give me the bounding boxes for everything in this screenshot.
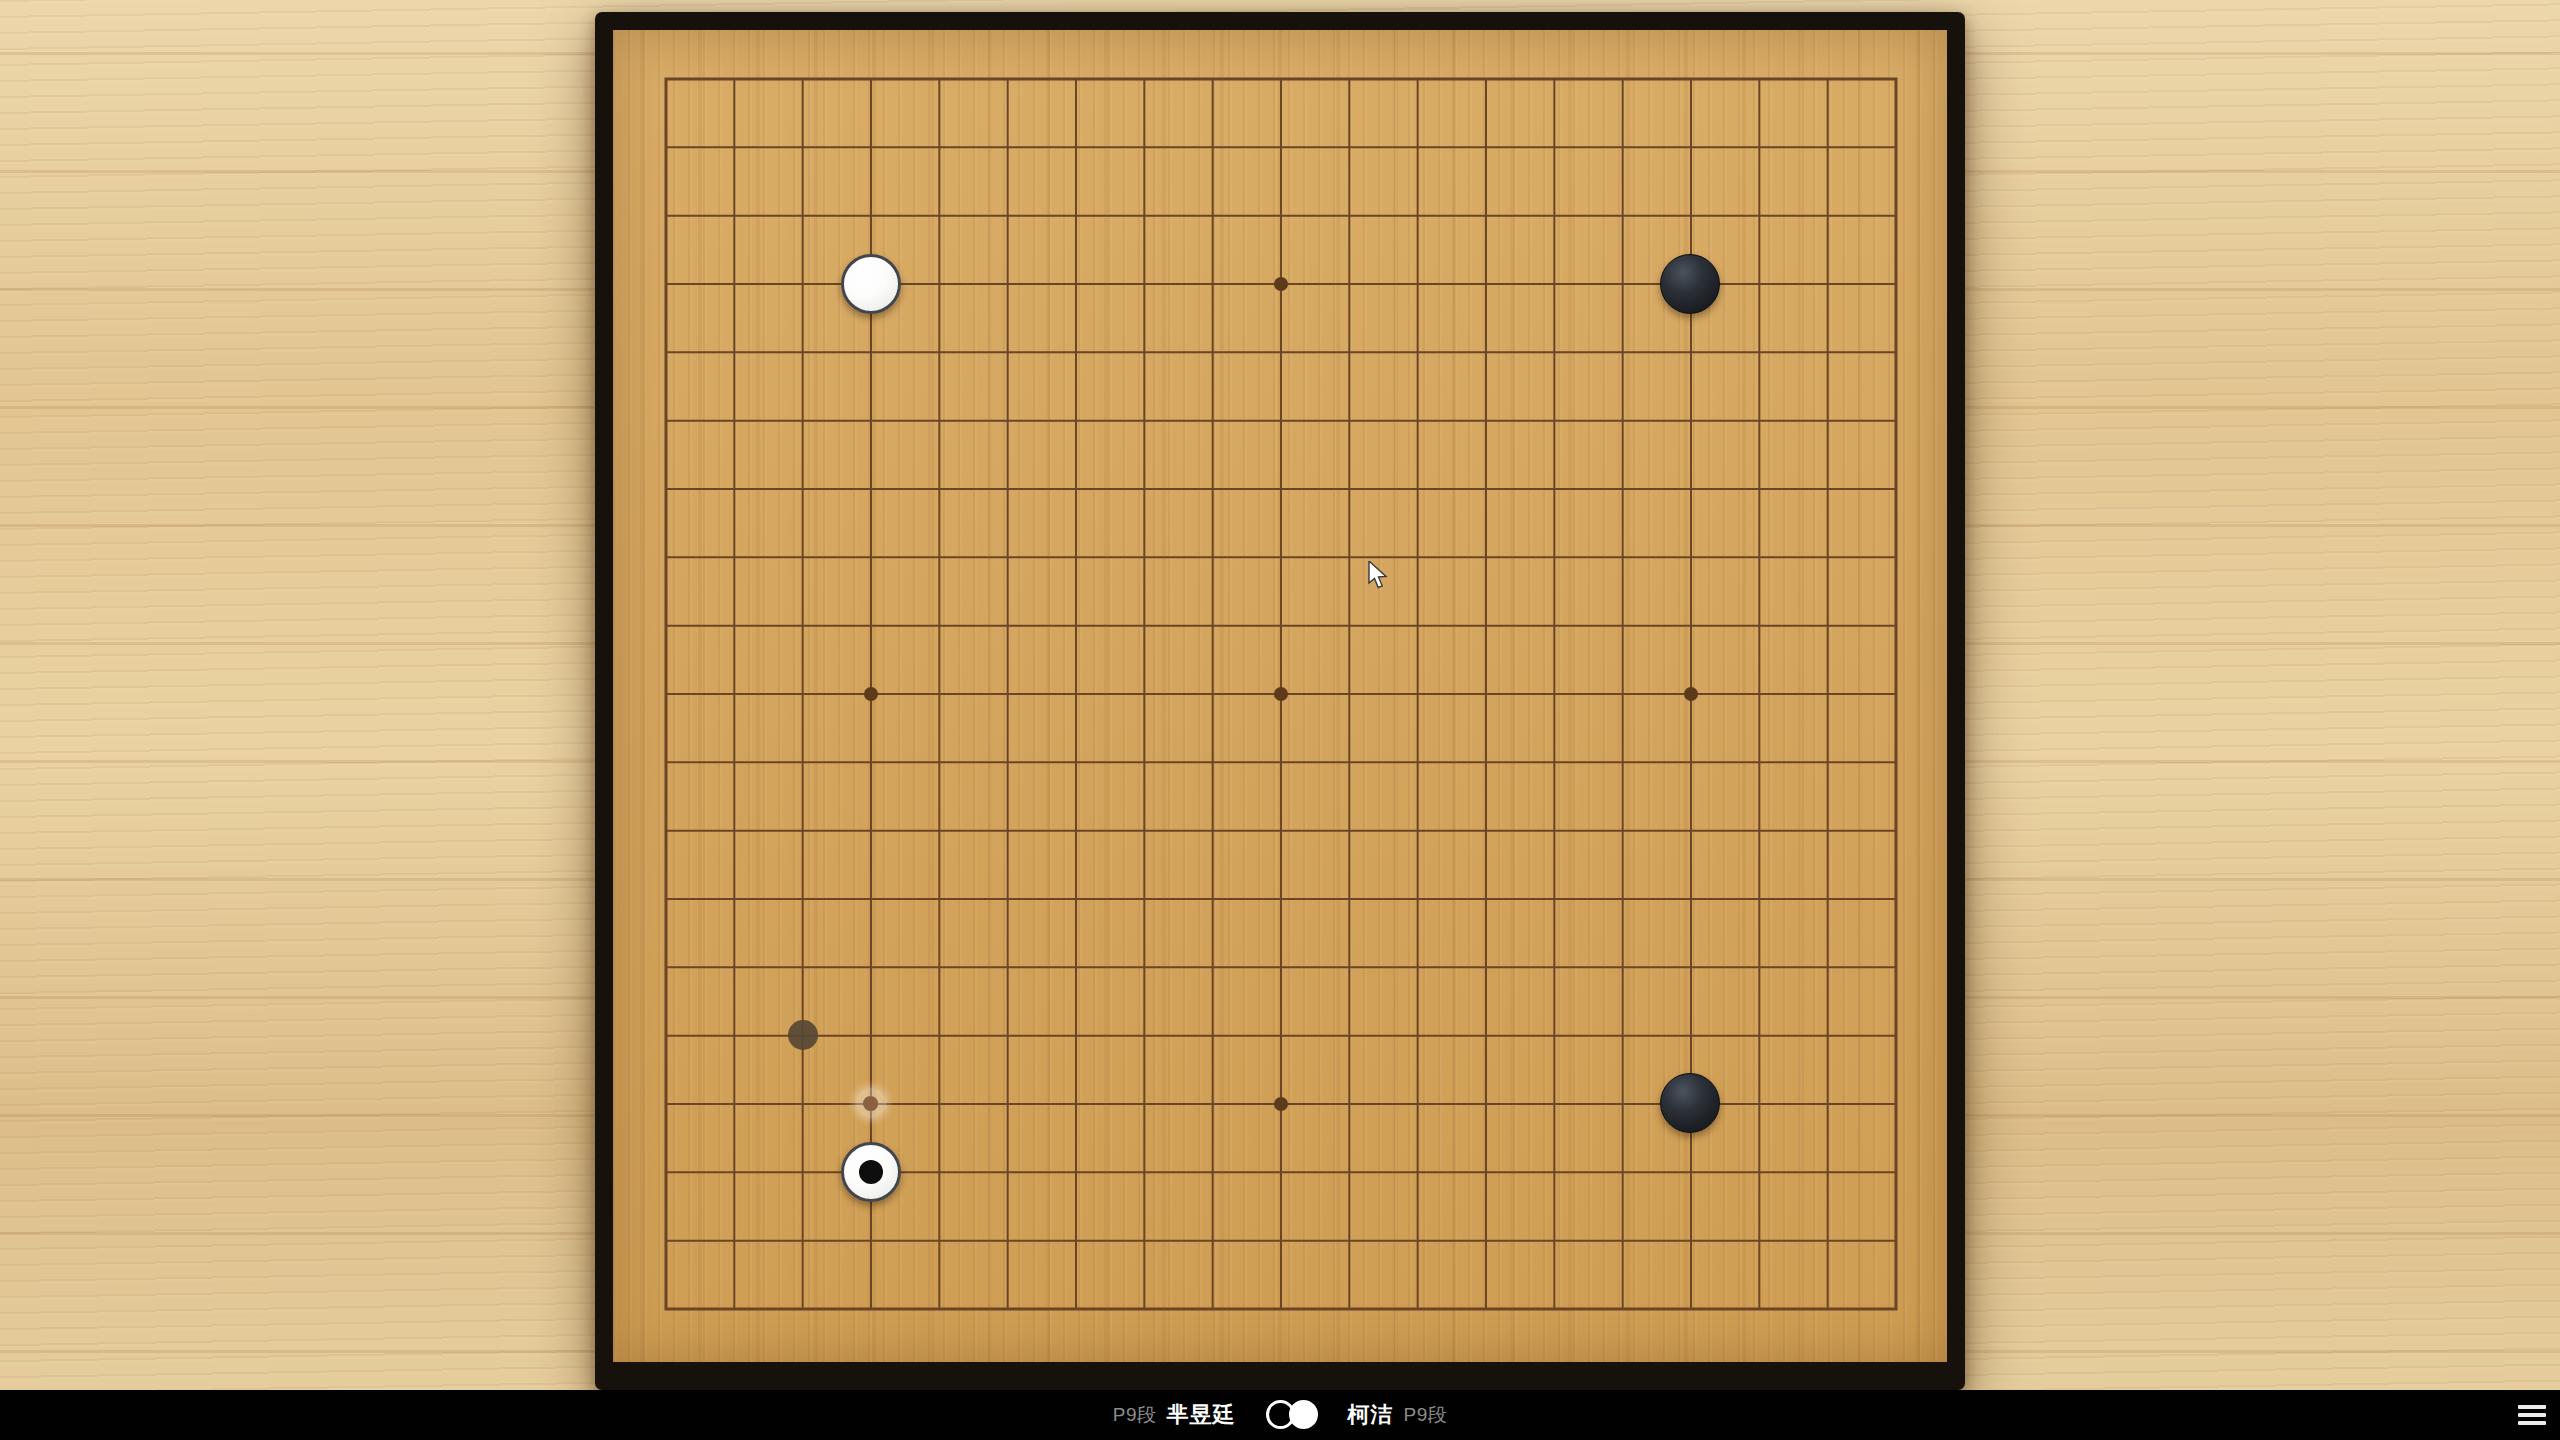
right-player-name: 柯洁 bbox=[1348, 1400, 1394, 1430]
players-info: P9段 芈昱廷 柯洁 P9段 bbox=[1113, 1400, 1448, 1430]
white-stone-icon bbox=[1289, 1400, 1318, 1429]
left-player-name: 芈昱廷 bbox=[1167, 1400, 1236, 1430]
menu-bar bbox=[2518, 1405, 2546, 1409]
star-point-dot bbox=[863, 1096, 878, 1111]
app-background: P9段 芈昱廷 柯洁 P9段 bbox=[0, 0, 2560, 1440]
left-player-rank: P9段 bbox=[1113, 1402, 1157, 1428]
hamburger-menu-icon[interactable] bbox=[2517, 1403, 2547, 1427]
ghost-stone-white-D4 bbox=[856, 1088, 886, 1118]
right-player-rank: P9段 bbox=[1404, 1402, 1448, 1428]
black-white-stones-toggle[interactable] bbox=[1266, 1400, 1318, 1430]
last-move-marker bbox=[859, 1160, 883, 1184]
mouse-cursor bbox=[1368, 561, 1394, 591]
stone-white-D3 bbox=[841, 1142, 901, 1202]
menu-bar bbox=[2518, 1413, 2546, 1417]
bottom-bar: P9段 芈昱廷 柯洁 P9段 bbox=[0, 1390, 2560, 1440]
ghost-stone-black-C5 bbox=[788, 1020, 818, 1050]
stone-black-Q16 bbox=[1660, 254, 1720, 314]
go-board-frame bbox=[595, 12, 1965, 1390]
stone-black-Q4 bbox=[1660, 1073, 1720, 1133]
stone-white-D16 bbox=[841, 254, 901, 314]
goban[interactable] bbox=[613, 30, 1947, 1362]
menu-bar bbox=[2518, 1421, 2546, 1425]
stones-layer bbox=[632, 45, 1930, 1343]
